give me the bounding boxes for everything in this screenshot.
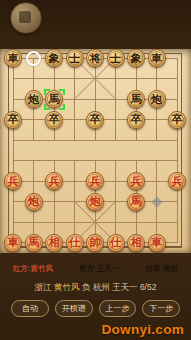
point-marker-marker [151, 196, 162, 207]
coin-badge-icon[interactable] [10, 2, 42, 34]
black-piece-炮[interactable]: 炮 [23, 89, 44, 110]
black-piece-卒[interactable]: 卒 [3, 109, 24, 130]
coin-glyph-icon [19, 11, 31, 23]
xiangqi-board[interactable]: 車象士将士象車炮馬馬炮卒卒卒卒卒兵兵兵兵兵炮炮馬車馬相仕帥仕相車 [0, 49, 191, 253]
result-label: 结果:黑胜 [146, 265, 179, 273]
red-piece-相[interactable]: 相 [126, 232, 147, 253]
players-row: 红方:黄竹风 黑方:王天一 结果:黑胜 [0, 253, 191, 273]
red-player-label: 红方:黄竹风 [13, 265, 53, 273]
move-counter: 6/52 [140, 282, 157, 292]
red-piece-仕[interactable]: 仕 [105, 232, 126, 253]
red-name-gold: 黄竹风 [54, 282, 80, 292]
black-piece-炮[interactable]: 炮 [146, 89, 167, 110]
auto-button[interactable]: 自动 [11, 300, 49, 317]
watermark: Downyi.com [101, 322, 184, 337]
red-piece-兵[interactable]: 兵 [3, 171, 24, 192]
black-piece-卒[interactable]: 卒 [85, 109, 106, 130]
red-piece-仕[interactable]: 仕 [64, 232, 85, 253]
red-piece-兵[interactable]: 兵 [44, 171, 65, 192]
black-piece-卒[interactable]: 卒 [126, 109, 147, 130]
red-piece-車[interactable]: 車 [3, 232, 24, 253]
origin-ring [23, 48, 44, 69]
point-marker [146, 191, 167, 212]
board-grid[interactable]: 車象士将士象車炮馬馬炮卒卒卒卒卒兵兵兵兵兵炮炮馬車馬相仕帥仕相車 [3, 48, 188, 253]
prev-move-button[interactable]: 上一步 [99, 300, 137, 317]
black-piece-象[interactable]: 象 [44, 48, 65, 69]
black-piece-卒[interactable]: 卒 [167, 109, 188, 130]
bottom-panel: 红方:黄竹风 黑方:王天一 结果:黑胜 浙江 黄竹风 负 杭州 王天一 6/52… [0, 253, 191, 340]
black-piece-士[interactable]: 士 [64, 48, 85, 69]
red-piece-馬[interactable]: 馬 [23, 232, 44, 253]
origin-ring-marker [26, 51, 41, 66]
red-piece-兵[interactable]: 兵 [167, 171, 188, 192]
red-piece-馬[interactable]: 馬 [126, 191, 147, 212]
match-title: 浙江 黄竹风 负 杭州 王天一 6/52 [0, 283, 191, 292]
next-move-button[interactable]: 下一步 [142, 300, 180, 317]
red-piece-兵[interactable]: 兵 [126, 171, 147, 192]
black-piece-卒[interactable]: 卒 [44, 109, 65, 130]
open-record-button[interactable]: 开棋谱 [55, 300, 93, 317]
red-piece-帥[interactable]: 帥 [85, 232, 106, 253]
xiangqi-app-screen: 車象士将士象車炮馬馬炮卒卒卒卒卒兵兵兵兵兵炮炮馬車馬相仕帥仕相車 红方:黄竹风 … [0, 0, 191, 340]
black-piece-象[interactable]: 象 [126, 48, 147, 69]
control-buttons: 自动 开棋谱 上一步 下一步 [0, 291, 191, 317]
red-piece-兵[interactable]: 兵 [85, 171, 106, 192]
red-piece-炮[interactable]: 炮 [85, 191, 106, 212]
top-bar [0, 0, 191, 49]
red-piece-車[interactable]: 車 [146, 232, 167, 253]
black-piece-士[interactable]: 士 [105, 48, 126, 69]
black-piece-車[interactable]: 車 [3, 48, 24, 69]
black-player-label: 黑方:王天一 [79, 265, 119, 273]
black-piece-馬[interactable]: 馬 [126, 89, 147, 110]
red-piece-相[interactable]: 相 [44, 232, 65, 253]
black-piece-将[interactable]: 将 [85, 48, 106, 69]
black-piece-車[interactable]: 車 [146, 48, 167, 69]
red-piece-炮[interactable]: 炮 [23, 191, 44, 212]
